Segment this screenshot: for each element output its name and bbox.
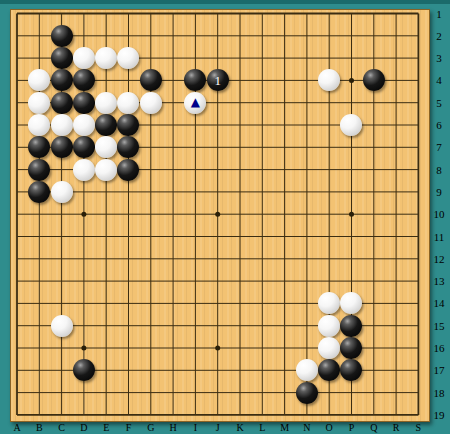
- white-stone[interactable]: [318, 315, 340, 337]
- white-stone[interactable]: [318, 292, 340, 314]
- black-stone[interactable]: 1: [207, 69, 229, 91]
- black-stone[interactable]: [51, 47, 73, 69]
- black-stone[interactable]: [318, 359, 340, 381]
- black-stone[interactable]: [363, 69, 385, 91]
- triangle-marker: ▲: [191, 96, 200, 108]
- row-label-11: 11: [429, 231, 449, 243]
- black-stone[interactable]: [51, 136, 73, 158]
- black-stone[interactable]: [51, 92, 73, 114]
- row-label-4: 4: [429, 74, 449, 86]
- black-stone[interactable]: [73, 92, 95, 114]
- col-label-A: A: [7, 422, 27, 434]
- row-label-16: 16: [429, 342, 449, 354]
- white-stone[interactable]: [140, 92, 162, 114]
- white-stone[interactable]: [117, 47, 139, 69]
- col-label-F: F: [119, 422, 139, 434]
- col-label-H: H: [163, 422, 183, 434]
- col-label-R: R: [386, 422, 406, 434]
- black-stone[interactable]: [73, 136, 95, 158]
- col-label-E: E: [96, 422, 116, 434]
- row-label-5: 5: [429, 97, 449, 109]
- white-stone[interactable]: [73, 47, 95, 69]
- white-stone[interactable]: [73, 159, 95, 181]
- col-label-O: O: [319, 422, 339, 434]
- black-stone[interactable]: [51, 25, 73, 47]
- white-stone[interactable]: [95, 159, 117, 181]
- white-stone[interactable]: ▲: [184, 92, 206, 114]
- white-stone[interactable]: [51, 114, 73, 136]
- row-label-15: 15: [429, 320, 449, 332]
- black-stone[interactable]: [73, 359, 95, 381]
- go-diagram-window: 1▲ 12345678910111213141516171819 ABCDEFG…: [0, 0, 450, 434]
- row-label-14: 14: [429, 297, 449, 309]
- white-stone[interactable]: [296, 359, 318, 381]
- black-stone[interactable]: [95, 114, 117, 136]
- row-label-7: 7: [429, 141, 449, 153]
- white-stone[interactable]: [95, 92, 117, 114]
- col-label-C: C: [52, 422, 72, 434]
- black-stone[interactable]: [51, 69, 73, 91]
- white-stone[interactable]: [28, 114, 50, 136]
- col-label-D: D: [74, 422, 94, 434]
- black-stone[interactable]: [184, 69, 206, 91]
- row-label-12: 12: [429, 253, 449, 265]
- white-stone[interactable]: [117, 92, 139, 114]
- black-stone[interactable]: [117, 114, 139, 136]
- row-label-3: 3: [429, 52, 449, 64]
- col-label-P: P: [342, 422, 362, 434]
- black-stone[interactable]: [117, 159, 139, 181]
- row-label-13: 13: [429, 275, 449, 287]
- row-label-8: 8: [429, 164, 449, 176]
- black-stone[interactable]: [296, 382, 318, 404]
- row-label-9: 9: [429, 186, 449, 198]
- go-board[interactable]: 1▲: [6, 2, 430, 426]
- white-stone[interactable]: [28, 69, 50, 91]
- row-label-6: 6: [429, 119, 449, 131]
- col-label-Q: Q: [364, 422, 384, 434]
- white-stone[interactable]: [28, 92, 50, 114]
- col-label-G: G: [141, 422, 161, 434]
- row-label-2: 2: [429, 30, 449, 42]
- black-stone[interactable]: [140, 69, 162, 91]
- white-stone[interactable]: [340, 114, 362, 136]
- col-label-N: N: [297, 422, 317, 434]
- black-stone[interactable]: [340, 359, 362, 381]
- white-stone[interactable]: [318, 337, 340, 359]
- col-label-M: M: [275, 422, 295, 434]
- row-label-19: 19: [429, 409, 449, 421]
- col-label-L: L: [252, 422, 272, 434]
- row-label-10: 10: [429, 208, 449, 220]
- white-stone[interactable]: [318, 69, 340, 91]
- black-stone[interactable]: [28, 181, 50, 203]
- white-stone[interactable]: [95, 136, 117, 158]
- row-label-17: 17: [429, 364, 449, 376]
- white-stone[interactable]: [73, 114, 95, 136]
- col-label-J: J: [208, 422, 228, 434]
- col-label-S: S: [408, 422, 428, 434]
- black-stone[interactable]: [117, 136, 139, 158]
- col-label-K: K: [230, 422, 250, 434]
- white-stone[interactable]: [95, 47, 117, 69]
- row-label-18: 18: [429, 387, 449, 399]
- black-stone[interactable]: [73, 69, 95, 91]
- black-stone[interactable]: [28, 159, 50, 181]
- white-stone[interactable]: [340, 292, 362, 314]
- col-label-I: I: [185, 422, 205, 434]
- black-stone[interactable]: [28, 136, 50, 158]
- white-stone[interactable]: [51, 315, 73, 337]
- black-stone[interactable]: [340, 315, 362, 337]
- row-label-1: 1: [429, 8, 449, 20]
- col-label-B: B: [29, 422, 49, 434]
- black-stone[interactable]: [340, 337, 362, 359]
- white-stone[interactable]: [51, 181, 73, 203]
- move-number-label: 1: [214, 74, 221, 87]
